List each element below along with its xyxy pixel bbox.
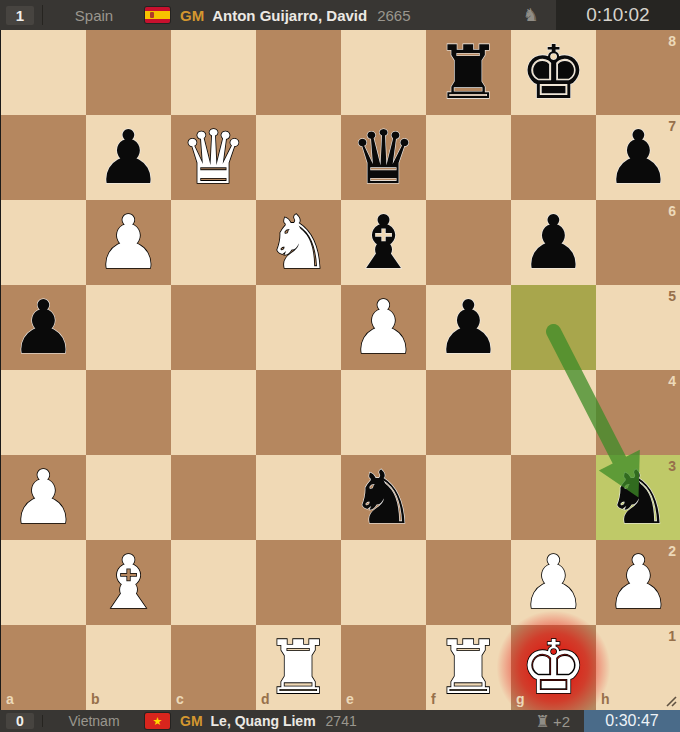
square-f4[interactable] (426, 370, 511, 455)
square-b4[interactable] (86, 370, 171, 455)
square-f7[interactable] (426, 115, 511, 200)
square-c4[interactable] (171, 370, 256, 455)
square-g5[interactable] (511, 285, 596, 370)
square-g1[interactable]: g♚ (511, 625, 596, 710)
square-g6[interactable]: ♟ (511, 200, 596, 285)
square-a3[interactable]: ♟ (1, 455, 86, 540)
bottom-player-material: ♜ +2 (536, 712, 570, 731)
bottom-player-rating: 2741 (326, 713, 357, 729)
square-a8[interactable] (1, 30, 86, 115)
material-advantage: +2 (553, 713, 570, 730)
square-c5[interactable] (171, 285, 256, 370)
square-e1[interactable]: e (341, 625, 426, 710)
square-d5[interactable] (256, 285, 341, 370)
bottom-player-name: Le, Quang Liem (211, 713, 316, 729)
rank-label-2: 2 (668, 544, 676, 558)
resize-handle-icon[interactable] (664, 694, 677, 707)
square-c2[interactable] (171, 540, 256, 625)
piece-black-knight-e3[interactable]: ♞ (350, 455, 416, 540)
piece-black-pawn-g6[interactable]: ♟ (520, 200, 586, 285)
top-player-material: ♞ (523, 4, 542, 26)
square-d3[interactable] (256, 455, 341, 540)
rank-label-5: 5 (668, 289, 676, 303)
piece-white-pawn-h2[interactable]: ♟ (605, 540, 671, 625)
bottom-player-score: 0 (6, 713, 34, 729)
piece-white-pawn-a3[interactable]: ♟ (10, 455, 76, 540)
square-c6[interactable] (171, 200, 256, 285)
square-b1[interactable]: b (86, 625, 171, 710)
piece-black-pawn-a5[interactable]: ♟ (10, 285, 76, 370)
piece-white-rook-d1[interactable]: ♜ (265, 625, 331, 710)
piece-white-bishop-b2[interactable]: ♝ (95, 540, 161, 625)
square-a2[interactable] (1, 540, 86, 625)
square-d7[interactable] (256, 115, 341, 200)
square-e3[interactable]: ♞ (341, 455, 426, 540)
square-f6[interactable] (426, 200, 511, 285)
file-label-a: a (6, 692, 14, 706)
square-a1[interactable]: a (1, 625, 86, 710)
bottom-player-bar: 0 Vietnam ★ GM Le, Quang Liem 2741 ♜ +2 … (0, 710, 680, 732)
file-label-g: g (516, 692, 525, 706)
top-player-bar: 1 Spain GM Anton Guijarro, David 2665 ♞ … (0, 0, 680, 30)
square-b8[interactable] (86, 30, 171, 115)
square-e8[interactable] (341, 30, 426, 115)
square-h4[interactable]: 4 (596, 370, 680, 455)
square-e2[interactable] (341, 540, 426, 625)
square-d1[interactable]: d♜ (256, 625, 341, 710)
square-g4[interactable] (511, 370, 596, 455)
file-label-e: e (346, 692, 354, 706)
file-label-d: d (261, 692, 270, 706)
square-c7[interactable]: ♛ (171, 115, 256, 200)
rook-icon: ♜ (536, 712, 550, 731)
file-label-b: b (91, 692, 100, 706)
square-g7[interactable] (511, 115, 596, 200)
top-player-clock: 0:10:02 (556, 0, 680, 30)
square-d6[interactable]: ♞ (256, 200, 341, 285)
bottom-player-country: Vietnam (51, 713, 137, 729)
piece-white-pawn-b6[interactable]: ♟ (95, 200, 161, 285)
square-b5[interactable] (86, 285, 171, 370)
top-player-name: Anton Guijarro, David (212, 7, 367, 24)
square-h7[interactable]: 7♟ (596, 115, 680, 200)
square-d4[interactable] (256, 370, 341, 455)
file-label-f: f (431, 692, 436, 706)
vietnam-flag-icon: ★ (145, 713, 170, 729)
piece-black-pawn-f5[interactable]: ♟ (435, 285, 501, 370)
top-player-rating: 2665 (377, 7, 410, 24)
square-e6[interactable]: ♝ (341, 200, 426, 285)
piece-black-pawn-h7[interactable]: ♟ (605, 115, 671, 200)
square-a4[interactable] (1, 370, 86, 455)
square-f5[interactable]: ♟ (426, 285, 511, 370)
square-e7[interactable]: ♛ (341, 115, 426, 200)
rank-label-6: 6 (668, 204, 676, 218)
rank-label-4: 4 (668, 374, 676, 388)
square-b7[interactable]: ♟ (86, 115, 171, 200)
knight-icon: ♞ (523, 4, 539, 26)
file-label-c: c (176, 692, 184, 706)
top-player-title: GM (180, 7, 204, 24)
square-g8[interactable]: ♚ (511, 30, 596, 115)
piece-white-knight-d6[interactable]: ♞ (265, 200, 331, 285)
square-h8[interactable]: 8 (596, 30, 680, 115)
square-c8[interactable] (171, 30, 256, 115)
bottom-player-title: GM (180, 713, 203, 729)
piece-black-pawn-b7[interactable]: ♟ (95, 115, 161, 200)
piece-white-rook-f1[interactable]: ♜ (435, 625, 501, 710)
top-player-country: Spain (51, 7, 137, 24)
rank-label-1: 1 (668, 629, 676, 643)
top-player-score: 1 (6, 6, 34, 25)
piece-black-knight-h3[interactable]: ♞ (605, 455, 671, 540)
square-h6[interactable]: 6 (596, 200, 680, 285)
divider (42, 5, 43, 25)
square-a6[interactable] (1, 200, 86, 285)
piece-white-pawn-e5[interactable]: ♟ (350, 285, 416, 370)
star-icon: ★ (153, 716, 163, 727)
bottom-player-clock[interactable]: 0:30:47 (584, 710, 680, 732)
piece-black-rook-f8[interactable]: ♜ (435, 30, 501, 115)
square-a7[interactable] (1, 115, 86, 200)
chess-board[interactable]: ♜♚8♟♛♛7♟♟♞♝♟6♟♟♟54♟♞3♞♝♟2♟abcd♜ef♜g♚1h (0, 30, 680, 710)
square-e5[interactable]: ♟ (341, 285, 426, 370)
divider (42, 715, 43, 727)
piece-black-queen-e7[interactable]: ♛ (350, 115, 416, 200)
square-b3[interactable] (86, 455, 171, 540)
piece-white-queen-c7[interactable]: ♛ (180, 115, 246, 200)
square-g3[interactable] (511, 455, 596, 540)
square-f8[interactable]: ♜ (426, 30, 511, 115)
piece-black-king-g8[interactable]: ♚ (520, 30, 586, 115)
piece-white-king-g1[interactable]: ♚ (520, 625, 586, 710)
spain-flag-icon (145, 7, 170, 23)
square-d8[interactable] (256, 30, 341, 115)
square-d2[interactable] (256, 540, 341, 625)
square-e4[interactable] (341, 370, 426, 455)
square-b2[interactable]: ♝ (86, 540, 171, 625)
rank-label-7: 7 (668, 119, 676, 133)
square-b6[interactable]: ♟ (86, 200, 171, 285)
piece-black-bishop-e6[interactable]: ♝ (350, 200, 416, 285)
chess-broadcast-window: 1 Spain GM Anton Guijarro, David 2665 ♞ … (0, 0, 680, 732)
square-h3[interactable]: 3♞ (596, 455, 680, 540)
rank-label-8: 8 (668, 34, 676, 48)
square-h5[interactable]: 5 (596, 285, 680, 370)
rank-label-3: 3 (668, 459, 676, 473)
square-a5[interactable]: ♟ (1, 285, 86, 370)
file-label-h: h (601, 692, 610, 706)
square-f3[interactable] (426, 455, 511, 540)
square-c1[interactable]: c (171, 625, 256, 710)
square-c3[interactable] (171, 455, 256, 540)
